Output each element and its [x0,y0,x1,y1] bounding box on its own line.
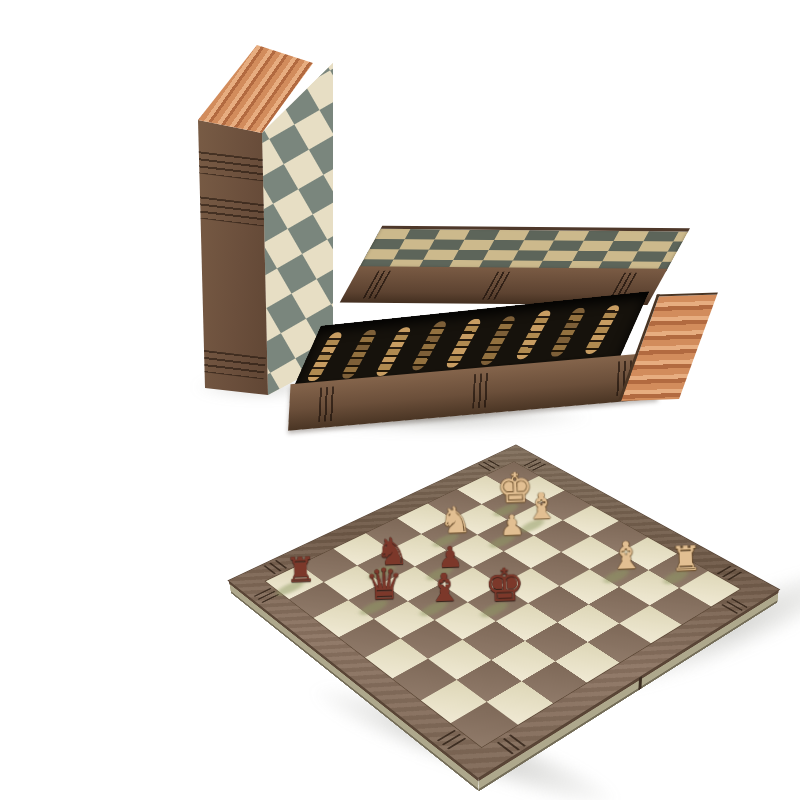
lid-groove [482,272,510,300]
tray-groove [318,386,336,422]
spine-groove-band [192,151,266,182]
dark-queen: ♛ [353,562,415,607]
dark-bishop: ♝ [413,567,475,608]
stored-chessman [305,332,343,381]
product-photo-stage: ♜♞♞♚♛♟♟♝♝♚♝♜ [0,0,800,800]
stored-chessman [583,305,621,354]
lid-groove [363,271,391,299]
stored-chessman [549,308,587,357]
stored-chessman [410,321,448,370]
tray-groove [472,373,490,409]
stored-chessman [340,330,378,379]
stored-chessman [444,319,482,368]
spine-groove-band [192,196,266,227]
spine-groove-band [192,349,266,380]
dark-king: ♚ [473,562,536,609]
light-bishop: ♝ [596,535,657,575]
light-rook: ♜ [655,540,716,576]
dark-rook: ♜ [270,551,331,587]
stored-chessman [514,310,552,359]
square-f6: ♟ [478,520,534,552]
storage-tray [277,287,707,448]
board-walnut-frame: ♜♞♞♚♛♟♟♝♝♚♝♜ [229,445,779,778]
light-knight: ♞ [426,501,484,539]
stored-chessman [479,316,517,365]
light-pawn: ♟ [483,511,541,541]
stored-chessman [374,327,412,376]
chessboard: ♜♞♞♚♛♟♟♝♝♚♝♜ [229,445,779,778]
lid-checkerboard-top [358,226,690,272]
